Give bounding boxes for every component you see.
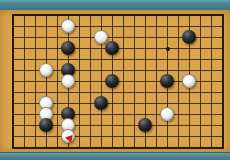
stone-white (61, 19, 75, 33)
stone-black (160, 74, 174, 88)
stone-white (61, 74, 75, 88)
stone-white (160, 107, 174, 121)
stone-white (182, 74, 196, 88)
go-board[interactable] (0, 10, 230, 152)
go-app-window (0, 0, 230, 160)
stone-black (138, 118, 152, 132)
stone-white (39, 63, 53, 77)
stone-black (182, 30, 196, 44)
stone-black (94, 96, 108, 110)
stone-black (39, 118, 53, 132)
stone-black (105, 41, 119, 55)
stone-black (61, 41, 75, 55)
stone-black (105, 74, 119, 88)
window-bottom-bar (0, 152, 230, 160)
star-point (166, 47, 170, 51)
stone-white (94, 30, 108, 44)
